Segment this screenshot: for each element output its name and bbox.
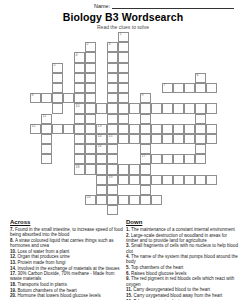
grid-cell[interactable] bbox=[195, 83, 206, 93]
grid-cell[interactable] bbox=[184, 134, 195, 144]
grid-cell[interactable] bbox=[85, 73, 96, 83]
crossword-grid: 1234567891011121314151617181920 bbox=[30, 32, 217, 215]
grid-cell[interactable] bbox=[129, 195, 140, 205]
grid-cell[interactable] bbox=[52, 103, 63, 113]
grid-cell[interactable] bbox=[118, 73, 129, 83]
clue-item: 20. Hormone that lowers blood glucose le… bbox=[10, 293, 124, 298]
grid-cell[interactable]: 7 bbox=[162, 83, 173, 93]
grid-cell[interactable] bbox=[118, 52, 129, 62]
grid-cell[interactable] bbox=[107, 185, 118, 195]
clue-item-text: The maintenance of a constant internal e… bbox=[131, 227, 235, 232]
clue-item: 7. Found in the small intestine, to incr… bbox=[10, 227, 124, 237]
grid-cell[interactable] bbox=[85, 134, 96, 144]
clue-item: 1. The maintenance of a constant interna… bbox=[126, 227, 240, 232]
grid-cell[interactable] bbox=[140, 103, 151, 113]
grid-cell[interactable] bbox=[52, 93, 63, 103]
grid-cell[interactable] bbox=[107, 52, 118, 62]
grid-cell[interactable]: 13 bbox=[96, 124, 107, 134]
grid-cell[interactable] bbox=[85, 93, 96, 103]
clue-item-text: 30% Carbon Dioxide, 70% methane - Made f… bbox=[10, 271, 115, 281]
grid-cell[interactable]: 1 bbox=[118, 32, 129, 42]
grid-cell[interactable] bbox=[206, 124, 217, 134]
clue-item-number: 10. bbox=[10, 249, 18, 254]
clue-item-number: 18. bbox=[10, 282, 18, 287]
clue-number: 16 bbox=[98, 145, 102, 149]
clue-item: 4. The name of the system that pumps blo… bbox=[126, 254, 240, 264]
grid-cell[interactable] bbox=[195, 175, 206, 185]
grid-cell[interactable] bbox=[85, 154, 96, 164]
grid-cell[interactable]: 6 bbox=[195, 73, 206, 83]
grid-cell[interactable] bbox=[184, 103, 195, 113]
grid-cell[interactable]: 3 bbox=[107, 42, 118, 52]
name-label: Name: bbox=[94, 3, 110, 9]
down-clues: Down 1. The maintenance of a constant in… bbox=[126, 219, 240, 300]
grid-cell[interactable] bbox=[162, 175, 173, 185]
grid-cell[interactable] bbox=[74, 114, 85, 124]
grid-cell[interactable]: 9 bbox=[140, 93, 151, 103]
grid-cell[interactable] bbox=[85, 144, 96, 154]
clue-item: 19. Bottom chambers of the heart bbox=[10, 288, 124, 293]
clue-number: 6 bbox=[197, 74, 199, 78]
page-subtitle: Read the clues to solve bbox=[0, 24, 246, 30]
grid-cell[interactable] bbox=[41, 154, 52, 164]
grid-cell[interactable] bbox=[107, 63, 118, 73]
grid-cell[interactable] bbox=[118, 93, 129, 103]
clue-number: 13 bbox=[98, 125, 102, 129]
grid-cell[interactable] bbox=[173, 103, 184, 113]
grid-cell[interactable] bbox=[162, 103, 173, 113]
across-clues: Across 7. Found in the small intestine, … bbox=[10, 219, 124, 299]
clue-number: 19 bbox=[109, 176, 113, 180]
grid-cell[interactable] bbox=[140, 175, 151, 185]
grid-cell[interactable] bbox=[151, 134, 162, 144]
grid-cell[interactable] bbox=[140, 185, 151, 195]
clue-item-text: Organ that produces urine bbox=[18, 254, 70, 259]
grid-cell[interactable] bbox=[195, 154, 206, 164]
grid-cell[interactable]: 18 bbox=[74, 164, 85, 174]
clue-item-text: The name of the system that pumps blood … bbox=[126, 254, 238, 264]
clue-item-number: 15. bbox=[126, 293, 134, 298]
grid-cell[interactable] bbox=[107, 73, 118, 83]
name-field-row: Name: bbox=[94, 3, 234, 9]
grid-cell[interactable] bbox=[162, 154, 173, 164]
clue-item-number: 13. bbox=[10, 260, 18, 265]
grid-cell[interactable] bbox=[107, 124, 118, 134]
grid-cell[interactable] bbox=[74, 83, 85, 93]
clue-item: 15. Carry oxygenated blood away from the… bbox=[126, 293, 240, 298]
grid-cell[interactable] bbox=[85, 164, 96, 174]
grid-cell[interactable] bbox=[85, 63, 96, 73]
grid-cell[interactable] bbox=[118, 134, 129, 144]
clue-number: 11 bbox=[43, 115, 47, 119]
grid-cell[interactable] bbox=[107, 83, 118, 93]
clue-item-text: Transports food in plants bbox=[18, 282, 67, 287]
clue-item-text: Protein made from fungi bbox=[18, 260, 66, 265]
grid-cell[interactable] bbox=[151, 103, 162, 113]
clue-item-text: Carry oxygenated blood away from the hea… bbox=[134, 293, 223, 298]
grid-cell[interactable] bbox=[107, 164, 118, 174]
clue-item: 8. A straw coloured liquid that carries … bbox=[10, 238, 124, 248]
clue-item: 17. 30% Carbon Dioxide, 70% methane - Ma… bbox=[10, 271, 124, 281]
grid-cell[interactable] bbox=[118, 195, 129, 205]
clue-item-number: 14. bbox=[10, 266, 18, 271]
clue-item: 14. Involved in the exchange of material… bbox=[10, 266, 124, 271]
grid-cell[interactable] bbox=[52, 83, 63, 93]
clue-number: 5 bbox=[54, 64, 56, 68]
clue-number: 9 bbox=[142, 94, 144, 98]
grid-cell[interactable] bbox=[96, 185, 107, 195]
grid-cell[interactable] bbox=[118, 164, 129, 174]
clue-item-text: Carry deoxygenated blood to the heart bbox=[133, 287, 210, 292]
grid-cell[interactable] bbox=[184, 154, 195, 164]
grid-cell[interactable] bbox=[118, 175, 129, 185]
grid-cell[interactable] bbox=[74, 63, 85, 73]
grid-cell[interactable] bbox=[129, 124, 140, 134]
grid-cell[interactable]: 16 bbox=[96, 144, 107, 154]
clue-item: 6. Raises blood glucose levels bbox=[126, 271, 240, 276]
clue-item-text: Loss of water from a plant bbox=[18, 249, 70, 254]
grid-cell[interactable] bbox=[195, 144, 206, 154]
grid-cell[interactable] bbox=[74, 93, 85, 103]
grid-cell[interactable] bbox=[206, 134, 217, 144]
clue-number: 1 bbox=[120, 33, 122, 37]
grid-cell[interactable] bbox=[195, 114, 206, 124]
grid-cell[interactable] bbox=[107, 103, 118, 113]
grid-cell[interactable] bbox=[206, 175, 217, 185]
clue-item: 5. Top chambers of the heart bbox=[126, 265, 240, 270]
grid-cell[interactable] bbox=[162, 134, 173, 144]
grid-cell[interactable] bbox=[107, 144, 118, 154]
clue-item: 12. Organ that produces urine bbox=[10, 254, 124, 259]
grid-cell[interactable] bbox=[140, 144, 151, 154]
grid-cell[interactable]: 10 bbox=[74, 103, 85, 113]
grid-cell[interactable] bbox=[74, 124, 85, 134]
grid-cell[interactable] bbox=[63, 124, 74, 134]
clue-number: 2 bbox=[87, 43, 89, 47]
grid-cell[interactable] bbox=[118, 83, 129, 93]
clue-number: 7 bbox=[164, 84, 166, 88]
grid-cell[interactable] bbox=[173, 175, 184, 185]
across-clue-list: 7. Found in the small intestine, to incr… bbox=[10, 227, 124, 299]
clue-item-text: Found in the small intestine, to increas… bbox=[10, 227, 123, 237]
grid-cell[interactable] bbox=[52, 124, 63, 134]
clue-item-text: Top chambers of the heart bbox=[131, 265, 183, 270]
clue-item-text: The red pigment in red bloods cells whic… bbox=[126, 276, 234, 286]
grid-cell[interactable] bbox=[96, 164, 107, 174]
clue-number: 12 bbox=[32, 125, 36, 129]
grid-cell[interactable] bbox=[140, 124, 151, 134]
grid-cell[interactable] bbox=[41, 93, 52, 103]
grid-cell[interactable] bbox=[41, 144, 52, 154]
grid-cell[interactable] bbox=[173, 83, 184, 93]
across-heading: Across bbox=[10, 219, 124, 225]
grid-cell[interactable] bbox=[118, 42, 129, 52]
grid-cell[interactable] bbox=[107, 205, 118, 215]
grid-cell[interactable] bbox=[206, 83, 217, 93]
grid-cell[interactable] bbox=[129, 175, 140, 185]
clue-item: 18. Transports food in plants bbox=[10, 282, 124, 287]
grid-cell[interactable]: 12 bbox=[30, 124, 41, 134]
grid-cell[interactable] bbox=[96, 103, 107, 113]
grid-cell[interactable] bbox=[107, 195, 118, 205]
worksheet-page: Name: Biology B3 Wordsearch Read the clu… bbox=[0, 0, 246, 300]
down-clue-list: 1. The maintenance of a constant interna… bbox=[126, 227, 240, 300]
grid-cell[interactable] bbox=[96, 175, 107, 185]
grid-cell[interactable] bbox=[118, 103, 129, 113]
grid-cell[interactable]: 8 bbox=[30, 93, 41, 103]
grid-cell[interactable]: 4 bbox=[74, 52, 85, 62]
clue-number: 4 bbox=[76, 54, 78, 58]
grid-cell[interactable] bbox=[140, 134, 151, 144]
grid-cell[interactable] bbox=[96, 154, 107, 164]
grid-cell[interactable] bbox=[129, 134, 140, 144]
grid-cell[interactable] bbox=[118, 63, 129, 73]
grid-cell[interactable] bbox=[173, 134, 184, 144]
grid-cell[interactable] bbox=[184, 175, 195, 185]
grid-cell[interactable] bbox=[118, 124, 129, 134]
clue-number: 8 bbox=[32, 94, 34, 98]
clue-number: 3 bbox=[109, 43, 111, 47]
grid-cell[interactable] bbox=[195, 134, 206, 144]
clue-item-text: Bottom chambers of the heart bbox=[18, 288, 77, 293]
clue-item-text: Small fragments of cells with no nucleus… bbox=[126, 243, 238, 253]
grid-cell[interactable] bbox=[162, 124, 173, 134]
grid-cell[interactable] bbox=[85, 124, 96, 134]
grid-cell[interactable] bbox=[41, 124, 52, 134]
clue-item-text: Involved in the exchange of materials at… bbox=[18, 266, 120, 271]
grid-cell[interactable] bbox=[74, 134, 85, 144]
grid-cell[interactable] bbox=[107, 154, 118, 164]
clue-number: 20 bbox=[87, 196, 91, 200]
name-underline[interactable] bbox=[112, 3, 234, 9]
page-title: Biology B3 Wordsearch bbox=[0, 11, 246, 23]
clue-item-text: Large-scale destruction of woodland in a… bbox=[126, 233, 227, 243]
grid-cell[interactable] bbox=[85, 103, 96, 113]
down-heading: Down bbox=[126, 219, 240, 225]
grid-cell[interactable]: 19 bbox=[107, 175, 118, 185]
clue-item-text: Raises blood glucose levels bbox=[131, 271, 187, 276]
clue-item-number: 12. bbox=[10, 254, 18, 259]
clue-item-number: 20. bbox=[10, 293, 18, 298]
grid-cell[interactable] bbox=[107, 93, 118, 103]
grid-cell[interactable] bbox=[129, 103, 140, 113]
clue-item: 3. Small fragments of cells with no nucl… bbox=[126, 243, 240, 253]
clue-number: 15 bbox=[109, 135, 113, 139]
grid-cell[interactable] bbox=[151, 175, 162, 185]
grid-cell[interactable] bbox=[74, 144, 85, 154]
clue-number: 14 bbox=[98, 135, 102, 139]
grid-cell[interactable] bbox=[74, 154, 85, 164]
clue-number: 17 bbox=[142, 155, 146, 159]
grid-cell[interactable]: 20 bbox=[85, 195, 96, 205]
grid-cell[interactable] bbox=[63, 93, 74, 103]
grid-cell[interactable] bbox=[151, 124, 162, 134]
clue-number: 10 bbox=[76, 105, 80, 109]
grid-cell[interactable] bbox=[173, 124, 184, 134]
grid-cell[interactable] bbox=[85, 83, 96, 93]
grid-cell[interactable]: 11 bbox=[41, 114, 52, 124]
clue-item: 9. The red pigment in red bloods cells w… bbox=[126, 276, 240, 286]
clue-item: 11. Carry deoxygenated blood to the hear… bbox=[126, 287, 240, 292]
grid-cell[interactable]: 14 bbox=[96, 134, 107, 144]
grid-cell[interactable] bbox=[195, 103, 206, 113]
grid-cell[interactable] bbox=[140, 195, 151, 205]
grid-cell[interactable] bbox=[151, 195, 162, 205]
clue-item-number: 19. bbox=[10, 288, 18, 293]
grid-cell[interactable] bbox=[173, 154, 184, 164]
clue-item-text: Hormone that lowers blood glucose levels bbox=[18, 293, 101, 298]
grid-cell[interactable]: 17 bbox=[140, 154, 151, 164]
clue-number: 18 bbox=[76, 166, 80, 170]
grid-cell[interactable] bbox=[140, 114, 151, 124]
grid-cell[interactable] bbox=[85, 114, 96, 124]
grid-cell[interactable] bbox=[118, 114, 129, 124]
clue-item-text: A straw coloured liquid that carries thi… bbox=[10, 238, 114, 248]
grid-cell[interactable] bbox=[195, 124, 206, 134]
grid-cell[interactable] bbox=[184, 124, 195, 134]
clue-item: 2. Large-scale destruction of woodland i… bbox=[126, 233, 240, 243]
grid-cell[interactable]: 5 bbox=[52, 63, 63, 73]
grid-cell[interactable] bbox=[74, 73, 85, 83]
grid-cell[interactable] bbox=[206, 103, 217, 113]
grid-cell[interactable] bbox=[140, 164, 151, 174]
grid-cell[interactable] bbox=[41, 134, 52, 144]
grid-cell[interactable] bbox=[151, 154, 162, 164]
clue-item: 10. Loss of water from a plant bbox=[10, 249, 124, 254]
clue-item: 13. Protein made from fungi bbox=[10, 260, 124, 265]
grid-cell[interactable] bbox=[96, 195, 107, 205]
grid-cell[interactable] bbox=[52, 73, 63, 83]
grid-cell[interactable]: 15 bbox=[107, 134, 118, 144]
grid-cell[interactable] bbox=[85, 52, 96, 62]
grid-cell[interactable]: 2 bbox=[85, 42, 96, 52]
grid-cell[interactable] bbox=[184, 83, 195, 93]
grid-cell[interactable] bbox=[107, 114, 118, 124]
grid-cell[interactable] bbox=[129, 164, 140, 174]
